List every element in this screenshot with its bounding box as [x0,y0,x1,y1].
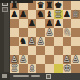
square-g1[interactable]: ♔ [63,64,72,73]
chess-board: ♜♛♜♚♟♟♞♝♖♟♕♟♟♟♙♘♞♙♙♙♙♙♙♖♗♔ [10,1,80,73]
square-a7[interactable]: ♟ [10,10,19,19]
square-a1[interactable]: ♖ [10,64,19,73]
white-pawn-e5[interactable]: ♙ [45,28,54,37]
white-king-g1[interactable]: ♔ [63,64,72,73]
square-f5[interactable] [54,28,63,37]
white-bishop-c1[interactable]: ♗ [28,64,37,73]
status-text-left [13,75,29,77]
square-b1[interactable] [19,64,28,73]
square-h4[interactable] [71,37,80,46]
square-a6[interactable] [10,19,19,28]
black-pawn-g7[interactable]: ♟ [63,10,72,19]
white-pawn-h2[interactable]: ♙ [71,55,80,64]
square-g5[interactable]: ♘ [63,28,72,37]
square-a5[interactable] [10,28,19,37]
left-sidebar [0,0,10,80]
square-e5[interactable]: ♙ [45,28,54,37]
panel-button-2-glyph [3,8,7,11]
white-queen-h7[interactable]: ♕ [71,10,80,19]
square-a4[interactable] [10,37,19,46]
window-dot-icon[interactable] [11,1,13,3]
square-g7[interactable]: ♟ [63,10,72,19]
engine-status-glyph [47,75,50,78]
square-c3[interactable] [28,46,37,55]
panel-button-2-icon[interactable] [2,7,8,12]
square-c6[interactable]: ♟ [28,19,37,28]
square-d1[interactable] [36,64,45,73]
square-b6[interactable] [19,19,28,28]
square-h6[interactable] [71,19,80,28]
square-b4[interactable]: ♞ [19,37,28,46]
sidebar-panel-strip [4,10,9,72]
square-f3[interactable] [54,46,63,55]
black-pawn-f6[interactable]: ♟ [54,19,63,28]
square-b2[interactable]: ♙ [19,55,28,64]
square-c1[interactable]: ♗ [28,64,37,73]
square-d7[interactable]: ♞ [36,10,45,19]
white-pawn-b2[interactable]: ♙ [19,55,28,64]
square-d3[interactable] [36,46,45,55]
status-bar [0,73,80,80]
square-g4[interactable] [63,37,72,46]
square-e4[interactable] [45,37,54,46]
square-d2[interactable] [36,55,45,64]
square-h2[interactable]: ♙ [71,55,80,64]
white-pawn-c4[interactable]: ♙ [28,37,37,46]
black-knight-d7[interactable]: ♞ [36,10,45,19]
square-b7[interactable]: ♟ [19,10,28,19]
square-f4[interactable] [54,37,63,46]
square-f6[interactable]: ♟ [54,19,63,28]
status-text-right [31,75,40,77]
black-pawn-b7[interactable]: ♟ [19,10,28,19]
square-e3[interactable] [45,46,54,55]
chess-app-window: ♜♛♜♚♟♟♞♝♖♟♕♟♟♟♙♘♞♙♙♙♙♙♙♖♗♔ [0,0,80,80]
square-h1[interactable] [71,64,80,73]
square-e1[interactable] [45,64,54,73]
black-pawn-a7[interactable]: ♟ [10,10,19,19]
white-pawn-d4[interactable]: ♙ [36,37,45,46]
black-knight-b4[interactable]: ♞ [19,37,28,46]
square-h7[interactable]: ♕ [71,10,80,19]
engine-status-icon[interactable] [46,74,51,79]
square-e2[interactable] [45,55,54,64]
square-d4[interactable]: ♙ [36,37,45,46]
top-bar [0,0,33,3]
square-d6[interactable] [36,19,45,28]
square-h5[interactable] [71,28,80,37]
square-f2[interactable] [54,55,63,64]
black-pawn-c6[interactable]: ♟ [28,19,37,28]
square-f1[interactable] [54,64,63,73]
window-dot-2-icon[interactable] [15,1,17,3]
square-c4[interactable]: ♙ [28,37,37,46]
app-icon[interactable] [2,74,7,78]
white-rook-a1[interactable]: ♖ [10,64,19,73]
white-knight-g5[interactable]: ♘ [63,28,72,37]
